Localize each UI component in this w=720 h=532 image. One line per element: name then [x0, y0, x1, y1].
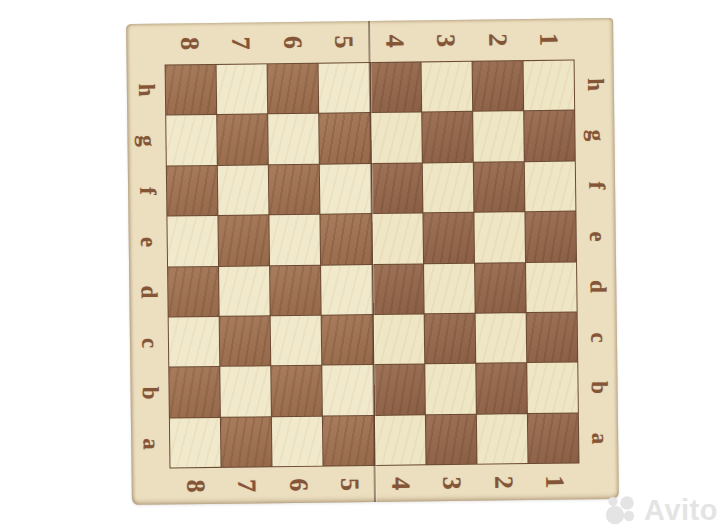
file-label-left-g: g — [121, 121, 172, 160]
square-c8 — [169, 317, 220, 367]
square-e4 — [372, 214, 423, 264]
square-g4 — [371, 113, 422, 163]
square-a3 — [426, 414, 477, 464]
square-d6 — [270, 265, 321, 315]
square-c5 — [322, 315, 373, 365]
square-d5 — [321, 265, 372, 315]
rank-label-top-2: 2 — [477, 14, 519, 66]
square-b5 — [323, 365, 374, 415]
file-label-right-b: b — [573, 368, 624, 407]
file-label-right-a: a — [574, 419, 625, 458]
rank-label-top-5: 5 — [323, 16, 365, 68]
square-f7 — [218, 165, 269, 215]
square-f3 — [422, 163, 473, 213]
square-c1 — [527, 312, 578, 362]
rank-label-top-8: 8 — [169, 18, 211, 70]
square-e8 — [167, 216, 218, 266]
watermark-text: Avito — [644, 496, 718, 525]
square-f4 — [371, 163, 422, 213]
file-label-right-d: d — [572, 267, 623, 306]
rank-label-top-6: 6 — [272, 17, 314, 69]
file-label-left-b: b — [124, 374, 175, 413]
file-label-right-g: g — [570, 116, 621, 155]
square-f5 — [320, 164, 371, 214]
square-e7 — [219, 215, 270, 265]
square-d4 — [373, 264, 424, 314]
square-d7 — [219, 266, 270, 316]
file-labels-right: hgfedcba — [576, 59, 619, 463]
square-a6 — [272, 416, 323, 466]
square-g8 — [166, 115, 217, 165]
square-e3 — [423, 213, 474, 263]
square-c6 — [271, 316, 322, 366]
square-e6 — [270, 215, 321, 265]
chessboard: 87654321 87654321 hgfedcba hgfedcba — [126, 18, 619, 505]
square-e5 — [321, 214, 372, 264]
square-b7 — [220, 367, 271, 417]
file-label-left-e: e — [122, 222, 173, 261]
square-g3 — [422, 112, 473, 162]
avito-logo-icon — [605, 494, 641, 526]
square-d2 — [475, 263, 526, 313]
square-h1 — [523, 61, 574, 111]
avito-watermark: Avito — [605, 494, 718, 526]
square-f1 — [525, 161, 576, 211]
square-c4 — [373, 314, 424, 364]
square-g5 — [320, 113, 371, 163]
square-a5 — [323, 416, 374, 466]
square-e1 — [525, 212, 576, 262]
square-h7 — [217, 64, 268, 114]
square-a4 — [374, 415, 425, 465]
rank-label-top-7: 7 — [220, 17, 262, 69]
square-b3 — [425, 364, 476, 414]
file-label-right-f: f — [571, 166, 622, 205]
square-b2 — [476, 363, 527, 413]
square-e2 — [474, 212, 525, 262]
square-h5 — [319, 63, 370, 113]
square-f2 — [474, 162, 525, 212]
square-g7 — [217, 115, 268, 165]
square-g1 — [524, 111, 575, 161]
square-b6 — [272, 366, 323, 416]
square-b8 — [169, 367, 220, 417]
square-a1 — [528, 413, 579, 463]
rank-label-top-3: 3 — [425, 15, 467, 67]
square-a2 — [477, 414, 528, 464]
rank-label-top-1: 1 — [528, 13, 570, 65]
square-h2 — [472, 61, 523, 111]
square-b1 — [527, 363, 578, 413]
square-d3 — [424, 263, 475, 313]
rank-label-top-4: 4 — [374, 15, 416, 67]
square-c2 — [475, 313, 526, 363]
file-label-right-e: e — [571, 217, 622, 256]
square-h8 — [166, 65, 217, 115]
file-labels-left: hgfedcba — [127, 65, 170, 469]
square-a7 — [221, 417, 272, 467]
square-f6 — [269, 164, 320, 214]
square-c3 — [424, 314, 475, 364]
square-h3 — [421, 62, 472, 112]
file-label-left-d: d — [123, 273, 174, 312]
file-label-left-f: f — [122, 172, 173, 211]
square-d8 — [168, 266, 219, 316]
square-g2 — [473, 112, 524, 162]
file-label-right-h: h — [569, 65, 620, 104]
square-c7 — [220, 316, 271, 366]
square-b4 — [374, 365, 425, 415]
photo-background: 87654321 87654321 hgfedcba hgfedcba Avit… — [0, 0, 720, 532]
file-label-left-h: h — [120, 71, 171, 110]
square-h4 — [370, 62, 421, 112]
square-h6 — [268, 64, 319, 114]
file-label-left-a: a — [125, 424, 176, 463]
square-f8 — [167, 166, 218, 216]
square-g6 — [268, 114, 319, 164]
square-a8 — [170, 417, 221, 467]
file-label-right-c: c — [572, 318, 623, 357]
file-label-left-c: c — [123, 323, 174, 362]
square-d1 — [526, 262, 577, 312]
